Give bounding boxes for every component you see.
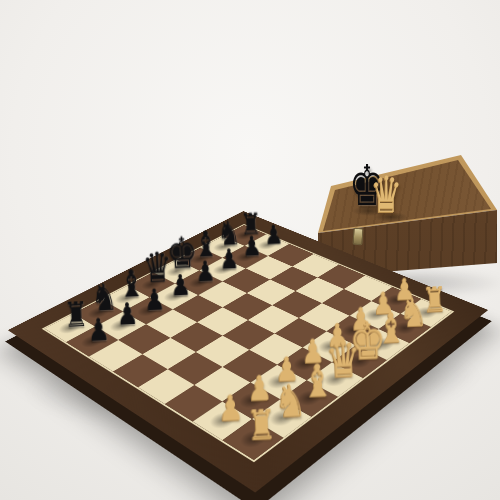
- piece-black-pawn: ♟: [87, 314, 110, 346]
- chess-board: ♜♞♝♛♚♝♞♜♟♟♟♟♟♟♟♟♟♟♟♟♟♟♟♟♜♞♝♛♚♝♞♜: [8, 211, 488, 492]
- piece-black-pawn: ♟: [264, 221, 284, 248]
- board-tilt-group: ♜♞♝♛♚♝♞♜♟♟♟♟♟♟♟♟♟♟♟♟♟♟♟♟♜♞♝♛♚♝♞♜: [0, 0, 500, 500]
- piece-black-rook: ♜: [63, 297, 89, 332]
- piece-black-pawn: ♟: [195, 257, 216, 286]
- board-squares: ♜♞♝♛♚♝♞♜♟♟♟♟♟♟♟♟♟♟♟♟♟♟♟♟♜♞♝♛♚♝♞♜: [42, 224, 455, 462]
- piece-white-knight: ♞: [274, 378, 308, 424]
- piece-white-pawn: ♟: [217, 390, 244, 426]
- piece-black-pawn: ♟: [143, 284, 165, 314]
- piece-black-pawn: ♟: [242, 233, 262, 261]
- piece-white-rook: ♜: [246, 403, 277, 445]
- piece-black-pawn: ♟: [116, 299, 139, 330]
- board-perspective-wrap: ♜♞♝♛♚♝♞♜♟♟♟♟♟♟♟♟♟♟♟♟♟♟♟♟♜♞♝♛♚♝♞♜: [71, 143, 425, 497]
- product-photo-scene: ♚ ♛ ♜♞♝♛♚♝♞♜♟♟♟♟♟♟♟♟♟♟♟♟♟♟♟♟♜♞♝♛♚♝♞♜: [0, 0, 500, 500]
- piece-black-pawn: ♟: [170, 271, 192, 301]
- piece-black-pawn: ♟: [219, 245, 240, 273]
